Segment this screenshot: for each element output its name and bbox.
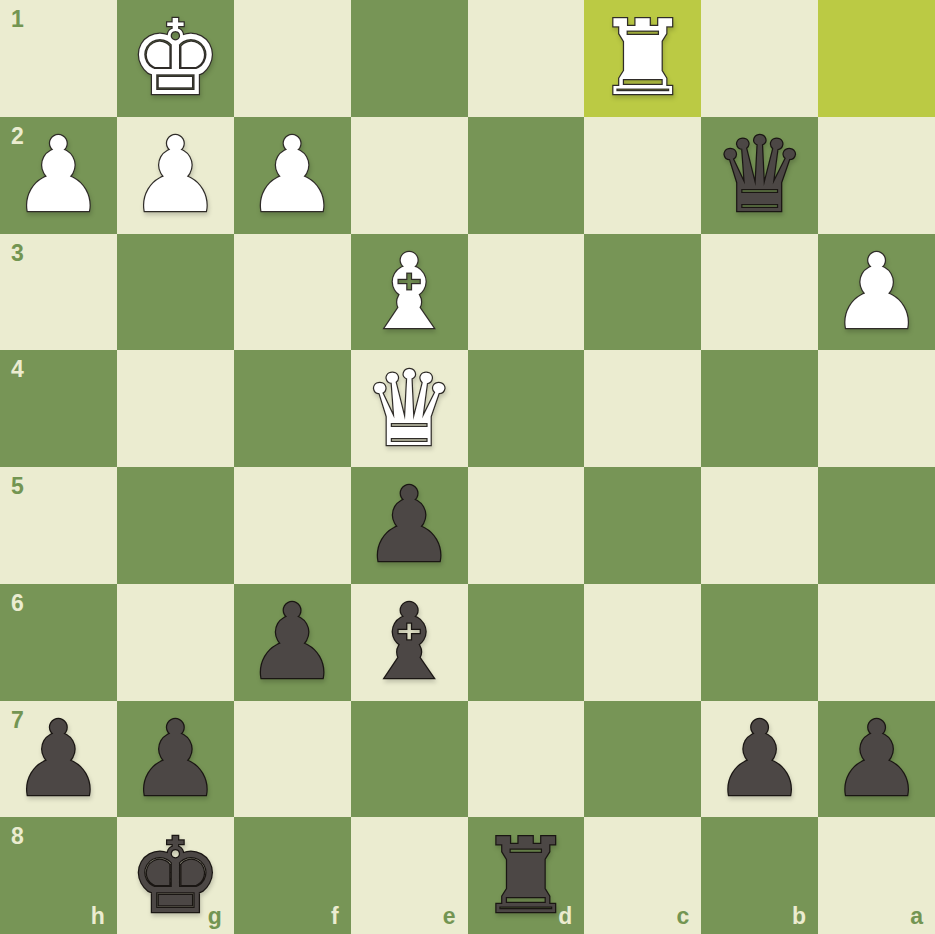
square-d1[interactable]: [468, 0, 585, 117]
rank-label-1: 1: [11, 8, 24, 31]
white-pawn[interactable]: ♟: [818, 234, 935, 351]
square-a1[interactable]: [818, 0, 935, 117]
square-d8[interactable]: d♜: [468, 817, 585, 934]
file-label-c: c: [676, 905, 689, 928]
square-f1[interactable]: [234, 0, 351, 117]
square-d7[interactable]: [468, 701, 585, 818]
square-h8[interactable]: 8h: [0, 817, 117, 934]
square-h2[interactable]: 2♟: [0, 117, 117, 234]
square-f5[interactable]: [234, 467, 351, 584]
square-a4[interactable]: [818, 350, 935, 467]
square-b7[interactable]: ♟: [701, 701, 818, 818]
rank-label-4: 4: [11, 358, 24, 381]
square-b4[interactable]: [701, 350, 818, 467]
square-h7[interactable]: 7♟: [0, 701, 117, 818]
square-f7[interactable]: [234, 701, 351, 818]
square-f8[interactable]: f: [234, 817, 351, 934]
square-e2[interactable]: [351, 117, 468, 234]
square-a6[interactable]: [818, 584, 935, 701]
square-a2[interactable]: [818, 117, 935, 234]
square-h5[interactable]: 5: [0, 467, 117, 584]
square-h6[interactable]: 6: [0, 584, 117, 701]
square-g5[interactable]: [117, 467, 234, 584]
black-bishop[interactable]: ♝: [351, 584, 468, 701]
square-d5[interactable]: [468, 467, 585, 584]
square-e8[interactable]: e: [351, 817, 468, 934]
rank-label-5: 5: [11, 475, 24, 498]
square-h1[interactable]: 1: [0, 0, 117, 117]
square-c8[interactable]: c: [584, 817, 701, 934]
square-e3[interactable]: ♝: [351, 234, 468, 351]
white-king[interactable]: ♚: [117, 0, 234, 117]
square-f2[interactable]: ♟: [234, 117, 351, 234]
square-c2[interactable]: [584, 117, 701, 234]
rank-label-8: 8: [11, 825, 24, 848]
square-c6[interactable]: [584, 584, 701, 701]
square-c7[interactable]: [584, 701, 701, 818]
file-label-a: a: [910, 905, 923, 928]
square-d2[interactable]: [468, 117, 585, 234]
square-a8[interactable]: a: [818, 817, 935, 934]
square-g8[interactable]: g♚: [117, 817, 234, 934]
square-e4[interactable]: ♛: [351, 350, 468, 467]
square-f4[interactable]: [234, 350, 351, 467]
square-e6[interactable]: ♝: [351, 584, 468, 701]
white-pawn[interactable]: ♟: [117, 117, 234, 234]
square-g6[interactable]: [117, 584, 234, 701]
square-h3[interactable]: 3: [0, 234, 117, 351]
square-g4[interactable]: [117, 350, 234, 467]
square-d3[interactable]: [468, 234, 585, 351]
square-e1[interactable]: [351, 0, 468, 117]
file-label-b: b: [792, 905, 806, 928]
file-label-e: e: [443, 905, 456, 928]
square-f3[interactable]: [234, 234, 351, 351]
black-pawn[interactable]: ♟: [701, 701, 818, 818]
square-d6[interactable]: [468, 584, 585, 701]
square-b3[interactable]: [701, 234, 818, 351]
black-pawn[interactable]: ♟: [818, 701, 935, 818]
black-rook[interactable]: ♜: [468, 817, 585, 934]
black-pawn[interactable]: ♟: [234, 584, 351, 701]
square-g7[interactable]: ♟: [117, 701, 234, 818]
square-b6[interactable]: [701, 584, 818, 701]
square-e5[interactable]: ♟: [351, 467, 468, 584]
file-label-f: f: [331, 905, 339, 928]
square-b8[interactable]: b: [701, 817, 818, 934]
square-f6[interactable]: ♟: [234, 584, 351, 701]
white-pawn[interactable]: ♟: [0, 117, 117, 234]
black-pawn[interactable]: ♟: [117, 701, 234, 818]
black-queen[interactable]: ♛: [701, 117, 818, 234]
square-b2[interactable]: ♛: [701, 117, 818, 234]
square-a5[interactable]: [818, 467, 935, 584]
white-pawn[interactable]: ♟: [234, 117, 351, 234]
black-pawn[interactable]: ♟: [351, 467, 468, 584]
white-rook[interactable]: ♜: [584, 0, 701, 117]
rank-label-6: 6: [11, 592, 24, 615]
square-b1[interactable]: [701, 0, 818, 117]
black-king[interactable]: ♚: [117, 817, 234, 934]
black-pawn[interactable]: ♟: [0, 701, 117, 818]
square-a3[interactable]: ♟: [818, 234, 935, 351]
square-c4[interactable]: [584, 350, 701, 467]
square-e7[interactable]: [351, 701, 468, 818]
square-b5[interactable]: [701, 467, 818, 584]
square-a7[interactable]: ♟: [818, 701, 935, 818]
square-d4[interactable]: [468, 350, 585, 467]
square-g2[interactable]: ♟: [117, 117, 234, 234]
file-label-h: h: [91, 905, 105, 928]
square-c3[interactable]: [584, 234, 701, 351]
rank-label-3: 3: [11, 242, 24, 265]
square-c5[interactable]: [584, 467, 701, 584]
square-g3[interactable]: [117, 234, 234, 351]
white-bishop[interactable]: ♝: [351, 234, 468, 351]
square-h4[interactable]: 4: [0, 350, 117, 467]
square-g1[interactable]: ♚: [117, 0, 234, 117]
white-queen[interactable]: ♛: [351, 350, 468, 467]
chess-board: 1♚♜2♟♟♟♛3♝♟4♛5♟6♟♝7♟♟♟♟8hg♚fed♜cba: [0, 0, 935, 934]
square-c1[interactable]: ♜: [584, 0, 701, 117]
